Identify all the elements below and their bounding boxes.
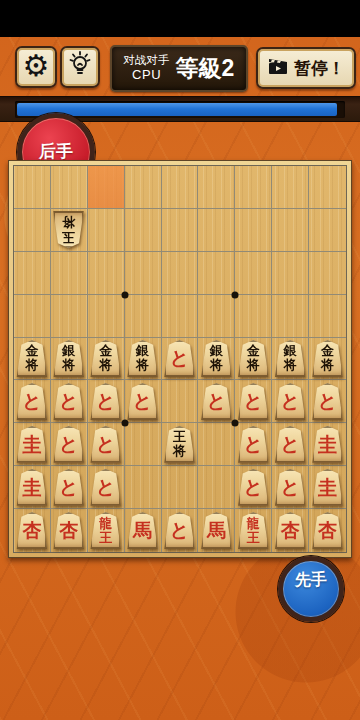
last-move-highlight-square[interactable]	[88, 166, 125, 209]
hint-button[interactable]	[60, 46, 100, 88]
star-point	[232, 291, 239, 298]
board-square[interactable]	[309, 209, 346, 252]
tokin-promoted-pawn-piece[interactable]: と	[237, 382, 270, 421]
piece-kanji: 圭	[22, 435, 41, 454]
tokin-promoted-pawn-piece[interactable]: と	[274, 425, 307, 464]
clapperboard-icon	[267, 56, 289, 80]
promoted-rook-dragon-piece[interactable]: 龍王	[237, 511, 270, 550]
board-square[interactable]: 玉将	[51, 209, 88, 252]
board-square[interactable]	[198, 166, 235, 209]
piece-kanji: と	[96, 435, 115, 454]
piece-kanji: と	[207, 392, 226, 411]
silver-general-piece[interactable]: 銀将	[200, 339, 233, 378]
silver-general-piece[interactable]: 銀将	[274, 339, 307, 378]
promoted-rook-dragon-piece[interactable]: 龍王	[89, 511, 122, 550]
board-square[interactable]: 圭	[309, 423, 346, 466]
board-square[interactable]	[88, 295, 125, 338]
piece-kanji: と	[280, 478, 299, 497]
board-square[interactable]: 圭	[309, 466, 346, 509]
silver-general-piece[interactable]: 銀将	[126, 339, 159, 378]
board-square[interactable]	[51, 252, 88, 295]
board-square[interactable]	[162, 380, 199, 423]
piece-kanji: 将	[25, 358, 38, 372]
piece-kanji: 将	[321, 358, 334, 372]
board-square[interactable]	[198, 423, 235, 466]
settings-button[interactable]: ⚙	[15, 46, 57, 88]
piece-kanji: と	[59, 435, 78, 454]
board-square[interactable]	[198, 295, 235, 338]
piece-kanji: と	[280, 392, 299, 411]
piece-kanji: と	[244, 435, 263, 454]
gear-icon: ⚙	[23, 51, 50, 81]
board-square[interactable]	[309, 295, 346, 338]
board-square[interactable]	[162, 466, 199, 509]
star-point	[121, 420, 128, 427]
board-square[interactable]	[162, 166, 199, 209]
board-square[interactable]: 杏	[309, 509, 346, 552]
board-square[interactable]	[272, 295, 309, 338]
app-screen: ⚙ 对战对手 CPU 等級2	[0, 0, 360, 720]
board-square[interactable]	[51, 166, 88, 209]
sente-player-badge: 先手	[278, 556, 344, 622]
board-square[interactable]	[235, 209, 272, 252]
star-point	[232, 420, 239, 427]
gold-general-piece[interactable]: 金将	[311, 339, 344, 378]
board-square[interactable]: 馬	[198, 509, 235, 552]
board-square[interactable]	[272, 252, 309, 295]
sente-badge-label: 先手	[283, 570, 339, 591]
piece-kanji: 龍	[99, 517, 112, 531]
piece-kanji: と	[96, 392, 115, 411]
piece-kanji: 馬	[133, 521, 152, 540]
board-square[interactable]: と	[235, 380, 272, 423]
board-square[interactable]	[125, 166, 162, 209]
board-square[interactable]	[125, 466, 162, 509]
piece-kanji: と	[244, 478, 263, 497]
board-square[interactable]	[162, 295, 199, 338]
piece-kanji: と	[22, 392, 41, 411]
board-square[interactable]: と	[198, 380, 235, 423]
board-grid: 玉将金将銀将金将銀将と銀将金将銀将金将とととととととと圭とと王将とと圭圭とととと…	[13, 165, 347, 553]
piece-kanji: 将	[99, 358, 112, 372]
promoted-bishop-horse-piece[interactable]: 馬	[126, 511, 159, 550]
board-square[interactable]: と	[14, 380, 51, 423]
board-square[interactable]	[125, 295, 162, 338]
tokin-promoted-pawn-piece[interactable]: と	[274, 382, 307, 421]
piece-kanji: と	[170, 521, 189, 540]
piece-kanji: 金	[25, 344, 38, 358]
piece-kanji: と	[318, 392, 337, 411]
promoted-knight-piece[interactable]: 圭	[311, 425, 344, 464]
board-square[interactable]: 圭	[14, 423, 51, 466]
gold-general-piece[interactable]: 金将	[89, 339, 122, 378]
board-square[interactable]: 王将	[162, 423, 199, 466]
gold-general-piece[interactable]: 金将	[15, 339, 48, 378]
promoted-knight-piece[interactable]: 圭	[15, 425, 48, 464]
board-square[interactable]: 銀将	[125, 338, 162, 381]
board-square[interactable]	[235, 166, 272, 209]
promoted-knight-piece[interactable]: 圭	[15, 468, 48, 507]
tokin-promoted-pawn-piece[interactable]: と	[163, 511, 196, 550]
tokin-promoted-pawn-piece[interactable]: と	[89, 382, 122, 421]
piece-kanji: 玉	[62, 230, 75, 244]
board-square[interactable]: と	[162, 509, 199, 552]
board-square[interactable]: 金将	[235, 338, 272, 381]
promoted-lance-piece[interactable]: 杏	[274, 511, 307, 550]
piece-kanji: 杏	[22, 521, 41, 540]
piece-kanji: 杏	[318, 521, 337, 540]
piece-kanji: 王	[173, 430, 186, 444]
board-square[interactable]	[14, 252, 51, 295]
board-square[interactable]: と	[51, 466, 88, 509]
board-square[interactable]: 馬	[125, 509, 162, 552]
board-square[interactable]	[125, 252, 162, 295]
piece-kanji: と	[96, 478, 115, 497]
board-square[interactable]: と	[235, 423, 272, 466]
piece-kanji: と	[133, 392, 152, 411]
board-square[interactable]	[198, 209, 235, 252]
board-square[interactable]	[198, 466, 235, 509]
board-square[interactable]: 銀将	[272, 338, 309, 381]
piece-kanji: 圭	[22, 478, 41, 497]
board-square[interactable]: 銀将	[51, 338, 88, 381]
opponent-panel: 对战对手 CPU 等級2	[110, 45, 248, 92]
board-square[interactable]	[272, 209, 309, 252]
board-square[interactable]: と	[51, 423, 88, 466]
piece-kanji: 将	[62, 216, 75, 230]
promoted-lance-piece[interactable]: 杏	[15, 511, 48, 550]
piece-kanji: 銀	[210, 344, 223, 358]
board-square[interactable]	[14, 209, 51, 252]
board-square[interactable]: と	[88, 380, 125, 423]
piece-kanji: 銀	[62, 344, 75, 358]
gold-general-piece[interactable]: 金将	[237, 339, 270, 378]
board-square[interactable]: 杏	[272, 509, 309, 552]
piece-kanji: 金	[99, 344, 112, 358]
tokin-promoted-pawn-piece[interactable]: と	[311, 382, 344, 421]
piece-kanji: 王	[99, 531, 112, 545]
board-square[interactable]: 金将	[309, 338, 346, 381]
tokin-promoted-pawn-piece[interactable]: と	[274, 468, 307, 507]
piece-kanji: 将	[284, 358, 297, 372]
piece-kanji: 金	[247, 344, 260, 358]
board-square[interactable]	[309, 166, 346, 209]
piece-kanji: 龍	[247, 517, 260, 531]
tokin-promoted-pawn-piece[interactable]: と	[126, 382, 159, 421]
board-square[interactable]	[14, 295, 51, 338]
tokin-promoted-pawn-piece[interactable]: と	[52, 468, 85, 507]
lightbulb-icon	[66, 50, 94, 84]
board-square[interactable]: 圭	[14, 466, 51, 509]
piece-kanji: と	[280, 435, 299, 454]
board-square[interactable]: 杏	[14, 509, 51, 552]
piece-kanji: 王	[247, 531, 260, 545]
board-square[interactable]	[162, 252, 199, 295]
board-square[interactable]	[309, 252, 346, 295]
piece-kanji: と	[244, 392, 263, 411]
promoted-lance-piece[interactable]: 杏	[52, 511, 85, 550]
board-square[interactable]: 金将	[88, 338, 125, 381]
board-square[interactable]: と	[162, 338, 199, 381]
piece-kanji: と	[59, 392, 78, 411]
board-square[interactable]	[88, 209, 125, 252]
piece-kanji: 金	[321, 344, 334, 358]
sente-king-piece[interactable]: 王将	[163, 425, 196, 464]
piece-kanji: 将	[62, 358, 75, 372]
tokin-promoted-pawn-piece[interactable]: と	[52, 382, 85, 421]
board-square[interactable]: と	[272, 423, 309, 466]
piece-kanji: 圭	[318, 478, 337, 497]
board-square[interactable]	[88, 252, 125, 295]
board-square[interactable]: と	[272, 380, 309, 423]
board-square[interactable]: と	[272, 466, 309, 509]
board-square[interactable]	[125, 423, 162, 466]
tokin-promoted-pawn-piece[interactable]: と	[15, 382, 48, 421]
opponent-cpu-label: CPU	[132, 68, 161, 83]
silver-general-piece[interactable]: 銀将	[52, 339, 85, 378]
tokin-promoted-pawn-piece[interactable]: と	[200, 382, 233, 421]
piece-kanji: 馬	[207, 521, 226, 540]
tokin-promoted-pawn-piece[interactable]: と	[52, 425, 85, 464]
gote-king-piece[interactable]: 玉将	[52, 210, 85, 249]
piece-kanji: と	[59, 478, 78, 497]
tokin-promoted-pawn-piece[interactable]: と	[163, 339, 196, 378]
tokin-promoted-pawn-piece[interactable]: と	[89, 425, 122, 464]
piece-kanji: 杏	[59, 521, 78, 540]
piece-kanji: 将	[173, 444, 186, 458]
board-square[interactable]: と	[88, 466, 125, 509]
board-square[interactable]: と	[88, 423, 125, 466]
board-square[interactable]: 杏	[51, 509, 88, 552]
piece-kanji: と	[170, 349, 189, 368]
piece-kanji: 銀	[284, 344, 297, 358]
piece-kanji: 圭	[318, 435, 337, 454]
board-square[interactable]	[272, 166, 309, 209]
tokin-promoted-pawn-piece[interactable]: と	[89, 468, 122, 507]
tokin-promoted-pawn-piece[interactable]: と	[237, 468, 270, 507]
board-square[interactable]	[14, 166, 51, 209]
board-square[interactable]	[162, 209, 199, 252]
pause-button[interactable]: 暂停！	[256, 47, 356, 89]
board-square[interactable]: と	[309, 380, 346, 423]
board-square[interactable]	[198, 252, 235, 295]
board-square[interactable]: と	[235, 466, 272, 509]
board-square[interactable]	[125, 209, 162, 252]
piece-kanji: 将	[210, 358, 223, 372]
piece-kanji: 将	[136, 358, 149, 372]
opponent-label: 对战对手	[124, 54, 170, 67]
board-square[interactable]: と	[125, 380, 162, 423]
board-square[interactable]	[51, 295, 88, 338]
piece-kanji: 銀	[136, 344, 149, 358]
cpu-level-text: 等級2	[176, 53, 235, 84]
board-square[interactable]	[235, 295, 272, 338]
board-square[interactable]: 金将	[14, 338, 51, 381]
board-square[interactable]	[235, 252, 272, 295]
board-square[interactable]: と	[51, 380, 88, 423]
board-square[interactable]: 龍王	[235, 509, 272, 552]
promoted-knight-piece[interactable]: 圭	[311, 468, 344, 507]
board-square[interactable]: 銀将	[198, 338, 235, 381]
piece-kanji: 将	[247, 358, 260, 372]
pause-label: 暂停！	[294, 57, 345, 80]
status-bar	[0, 0, 360, 37]
board-square[interactable]: 龍王	[88, 509, 125, 552]
promoted-bishop-horse-piece[interactable]: 馬	[200, 511, 233, 550]
shogi-board: 玉将金将銀将金将銀将と銀将金将銀将金将とととととととと圭とと王将とと圭圭とととと…	[8, 160, 352, 558]
promoted-lance-piece[interactable]: 杏	[311, 511, 344, 550]
piece-kanji: 杏	[281, 521, 300, 540]
tokin-promoted-pawn-piece[interactable]: と	[237, 425, 270, 464]
star-point	[121, 291, 128, 298]
